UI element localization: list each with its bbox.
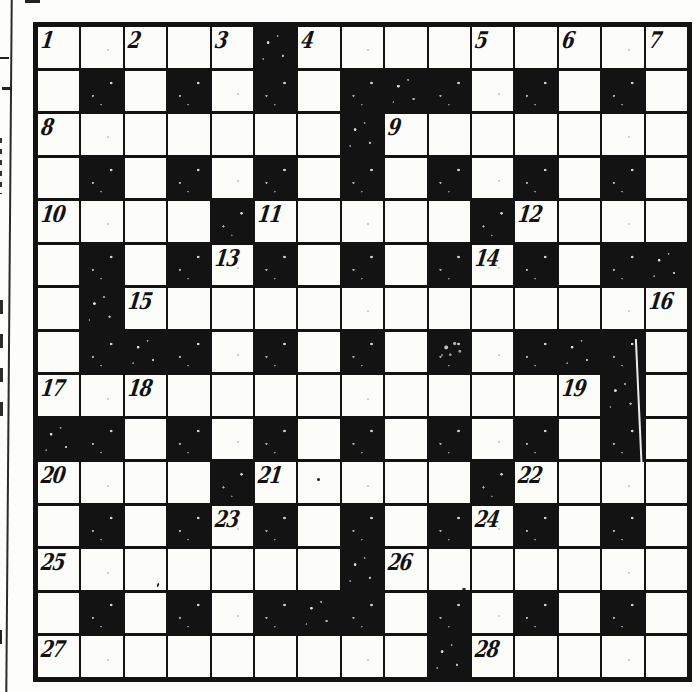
cell-r6c15	[646, 245, 687, 286]
cell-r8c4	[168, 332, 209, 373]
cell-r8c13	[559, 332, 600, 373]
cell-r11c7[interactable]	[298, 462, 339, 503]
clue-number-17: 17	[39, 376, 65, 399]
cell-r3c11[interactable]	[472, 114, 513, 155]
cell-r12c7[interactable]	[298, 506, 339, 547]
cell-r15c10	[429, 636, 470, 677]
cell-r6c1[interactable]	[38, 245, 79, 286]
cell-r1c10[interactable]	[429, 27, 470, 68]
cell-r9c12[interactable]	[515, 375, 556, 416]
cell-r3c7[interactable]	[298, 114, 339, 155]
cell-r6c2	[81, 245, 122, 286]
cell-r9c7[interactable]	[298, 375, 339, 416]
clue-number-16: 16	[646, 289, 672, 312]
cell-r15c3[interactable]	[125, 636, 166, 677]
cell-r8c9[interactable]	[385, 332, 426, 373]
cell-r15c1[interactable]: 27	[38, 636, 79, 677]
cell-r12c11[interactable]: 24	[472, 506, 513, 547]
cell-r7c10[interactable]	[429, 288, 470, 329]
clue-number-21: 21	[256, 463, 282, 486]
cell-r11c4[interactable]	[168, 462, 209, 503]
cell-r12c14	[602, 506, 643, 547]
cell-r8c2	[81, 332, 122, 373]
cell-r8c12	[515, 332, 556, 373]
cell-r9c11[interactable]	[472, 375, 513, 416]
clue-number-9: 9	[386, 115, 400, 138]
cell-r2c6	[255, 71, 296, 112]
cell-r4c9[interactable]	[385, 158, 426, 199]
cell-r11c15[interactable]	[646, 462, 687, 503]
clue-number-6: 6	[559, 28, 573, 51]
cell-r10c7[interactable]	[298, 419, 339, 460]
cell-r10c5[interactable]	[212, 419, 253, 460]
cell-r1c15[interactable]: 7	[646, 27, 687, 68]
cell-r11c14[interactable]	[602, 462, 643, 503]
cell-r15c15[interactable]	[646, 636, 687, 677]
clue-number-15: 15	[125, 289, 151, 312]
crossword-grid: 1234567891011121314151617181920212223242…	[33, 22, 692, 682]
clue-number-12: 12	[516, 202, 542, 225]
cell-r14c9[interactable]	[385, 593, 426, 634]
clue-number-27: 27	[39, 637, 65, 660]
cell-r6c4	[168, 245, 209, 286]
cell-r2c2	[81, 71, 122, 112]
cell-r12c10	[429, 506, 470, 547]
cell-r7c4[interactable]	[168, 288, 209, 329]
cell-r12c1[interactable]	[38, 506, 79, 547]
cell-r14c5[interactable]	[212, 593, 253, 634]
cell-r5c3[interactable]	[125, 201, 166, 242]
margin-tick	[0, 300, 3, 420]
cell-r3c10[interactable]	[429, 114, 470, 155]
cell-r4c2	[81, 158, 122, 199]
cell-r5c10[interactable]	[429, 201, 470, 242]
clue-number-24: 24	[473, 507, 499, 530]
clue-number-4: 4	[299, 28, 313, 51]
cell-r2c1[interactable]	[38, 71, 79, 112]
cell-r1c8[interactable]	[342, 27, 383, 68]
cell-r1c7[interactable]: 4	[298, 27, 339, 68]
cell-r12c2	[81, 506, 122, 547]
cell-r4c10	[429, 158, 470, 199]
cell-r5c11	[472, 201, 513, 242]
cell-r13c5[interactable]	[212, 549, 253, 590]
cell-r14c2	[81, 593, 122, 634]
page-margin-rule	[5, 0, 13, 692]
scan-noise-dot	[462, 588, 466, 590]
cell-r5c4[interactable]	[168, 201, 209, 242]
cell-r8c6	[255, 332, 296, 373]
cell-r7c5[interactable]	[212, 288, 253, 329]
cell-r10c8	[342, 419, 383, 460]
clue-number-25: 25	[39, 550, 65, 573]
cell-r14c10	[429, 593, 470, 634]
cell-r6c9[interactable]	[385, 245, 426, 286]
cell-r7c15[interactable]: 16	[646, 288, 687, 329]
cell-r11c13[interactable]	[559, 462, 600, 503]
cell-r3c6[interactable]	[255, 114, 296, 155]
cell-r14c8	[342, 593, 383, 634]
cell-r15c13[interactable]	[559, 636, 600, 677]
cell-r8c1[interactable]	[38, 332, 79, 373]
cell-r2c10	[429, 71, 470, 112]
cell-r2c15[interactable]	[646, 71, 687, 112]
cell-r2c13[interactable]	[559, 71, 600, 112]
cell-r3c4[interactable]	[168, 114, 209, 155]
cell-r15c6[interactable]	[255, 636, 296, 677]
clue-number-13: 13	[212, 246, 238, 269]
cell-r11c8[interactable]	[342, 462, 383, 503]
cell-r10c11[interactable]	[472, 419, 513, 460]
cell-r4c13[interactable]	[559, 158, 600, 199]
cell-r13c12[interactable]	[515, 549, 556, 590]
cell-r10c1	[38, 419, 79, 460]
cell-r8c3	[125, 332, 166, 373]
cell-r11c12[interactable]: 22	[515, 462, 556, 503]
cell-r10c3[interactable]	[125, 419, 166, 460]
cell-r12c15[interactable]	[646, 506, 687, 547]
cell-r2c5[interactable]	[212, 71, 253, 112]
margin-tick	[25, 0, 40, 3]
cell-r3c12[interactable]	[515, 114, 556, 155]
cell-r8c8	[342, 332, 383, 373]
cell-r15c7[interactable]	[298, 636, 339, 677]
cell-r14c11[interactable]	[472, 593, 513, 634]
cell-r6c7[interactable]	[298, 245, 339, 286]
cell-r10c2	[81, 419, 122, 460]
cell-r14c15[interactable]	[646, 593, 687, 634]
cell-r14c4	[168, 593, 209, 634]
cell-r15c5[interactable]	[212, 636, 253, 677]
cell-r2c3[interactable]	[125, 71, 166, 112]
cell-r5c9[interactable]	[385, 201, 426, 242]
cell-r9c5[interactable]	[212, 375, 253, 416]
cell-r13c11[interactable]	[472, 549, 513, 590]
cell-r1c13[interactable]: 6	[559, 27, 600, 68]
cell-r12c6	[255, 506, 296, 547]
cell-r13c2[interactable]	[81, 549, 122, 590]
cell-r13c9[interactable]: 26	[385, 549, 426, 590]
cell-r1c11[interactable]: 5	[472, 27, 513, 68]
cell-r11c11	[472, 462, 513, 503]
cell-r6c3[interactable]	[125, 245, 166, 286]
cell-r4c7[interactable]	[298, 158, 339, 199]
scanned-page: 1234567891011121314151617181920212223242…	[0, 0, 700, 692]
cell-r14c7	[298, 593, 339, 634]
cell-r11c1[interactable]: 20	[38, 462, 79, 503]
cell-r5c2[interactable]	[81, 201, 122, 242]
cell-r12c13[interactable]	[559, 506, 600, 547]
cell-r10c13[interactable]	[559, 419, 600, 460]
cell-r6c11[interactable]: 14	[472, 245, 513, 286]
cell-r4c5[interactable]	[212, 158, 253, 199]
cell-r4c8	[342, 158, 383, 199]
cell-r9c15[interactable]	[646, 375, 687, 416]
cell-r5c6[interactable]: 11	[255, 201, 296, 242]
cell-r1c3[interactable]: 2	[125, 27, 166, 68]
cell-r15c11[interactable]: 28	[472, 636, 513, 677]
cell-r4c6	[255, 158, 296, 199]
cell-r1c6	[255, 27, 296, 68]
cell-r7c8[interactable]	[342, 288, 383, 329]
cell-r6c6	[255, 245, 296, 286]
cell-r1c2[interactable]	[81, 27, 122, 68]
margin-tick	[0, 138, 2, 194]
cell-r1c12[interactable]	[515, 27, 556, 68]
margin-tick	[0, 630, 2, 644]
scan-smudge-artifact	[436, 337, 470, 363]
clue-number-26: 26	[386, 550, 412, 573]
cell-r5c15[interactable]	[646, 201, 687, 242]
cell-r3c1[interactable]: 8	[38, 114, 79, 155]
cell-r12c12	[515, 506, 556, 547]
cell-r1c9[interactable]	[385, 27, 426, 68]
cell-r9c13[interactable]: 19	[559, 375, 600, 416]
cell-r7c3[interactable]: 15	[125, 288, 166, 329]
cell-r4c3[interactable]	[125, 158, 166, 199]
cell-r4c12	[515, 158, 556, 199]
clue-number-22: 22	[516, 463, 542, 486]
cell-r2c14	[602, 71, 643, 112]
margin-tick	[2, 87, 12, 90]
clue-number-28: 28	[473, 637, 499, 660]
cell-r11c3[interactable]	[125, 462, 166, 503]
cell-r12c5[interactable]: 23	[212, 506, 253, 547]
cell-r1c1[interactable]: 1	[38, 27, 79, 68]
cell-r5c14[interactable]	[602, 201, 643, 242]
cell-r1c14[interactable]	[602, 27, 643, 68]
cell-r13c13[interactable]	[559, 549, 600, 590]
cell-r11c6[interactable]: 21	[255, 462, 296, 503]
cell-r11c5	[212, 462, 253, 503]
clue-number-2: 2	[125, 28, 139, 51]
cell-r4c11[interactable]	[472, 158, 513, 199]
cell-r14c6	[255, 593, 296, 634]
cell-r9c8[interactable]	[342, 375, 383, 416]
cell-r13c4[interactable]	[168, 549, 209, 590]
clue-number-7: 7	[646, 28, 660, 51]
cell-r14c13[interactable]	[559, 593, 600, 634]
cell-r8c11[interactable]	[472, 332, 513, 373]
cell-r9c10[interactable]	[429, 375, 470, 416]
cell-r8c5[interactable]	[212, 332, 253, 373]
cell-r3c13[interactable]	[559, 114, 600, 155]
cell-r2c11[interactable]	[472, 71, 513, 112]
cell-r10c15[interactable]	[646, 419, 687, 460]
cell-r12c4	[168, 506, 209, 547]
cell-r14c1[interactable]	[38, 593, 79, 634]
cell-r7c11[interactable]	[472, 288, 513, 329]
cell-r1c5[interactable]: 3	[212, 27, 253, 68]
clue-number-10: 10	[39, 202, 65, 225]
cell-r14c14	[602, 593, 643, 634]
cell-r3c8	[342, 114, 383, 155]
cell-r10c6	[255, 419, 296, 460]
cell-r9c2[interactable]	[81, 375, 122, 416]
cell-r11c10[interactable]	[429, 462, 470, 503]
cell-r13c10[interactable]	[429, 549, 470, 590]
cell-r3c3[interactable]	[125, 114, 166, 155]
clue-number-18: 18	[125, 376, 151, 399]
cell-r5c1[interactable]: 10	[38, 201, 79, 242]
cell-r11c2[interactable]	[81, 462, 122, 503]
cell-r5c5	[212, 201, 253, 242]
clue-number-1: 1	[39, 28, 53, 51]
cell-r9c6[interactable]	[255, 375, 296, 416]
cell-r5c7[interactable]	[298, 201, 339, 242]
cell-r4c4	[168, 158, 209, 199]
cell-r13c6[interactable]	[255, 549, 296, 590]
cell-r15c14[interactable]	[602, 636, 643, 677]
cell-r3c9[interactable]: 9	[385, 114, 426, 155]
cell-r6c10	[429, 245, 470, 286]
cell-r15c8[interactable]	[342, 636, 383, 677]
cell-r10c12	[515, 419, 556, 460]
cell-r7c13[interactable]	[559, 288, 600, 329]
cell-r13c7[interactable]	[298, 549, 339, 590]
cell-r13c3[interactable]	[125, 549, 166, 590]
cell-r10c4	[168, 419, 209, 460]
clue-number-8: 8	[39, 115, 53, 138]
cell-r9c1[interactable]: 17	[38, 375, 79, 416]
cell-r8c7[interactable]	[298, 332, 339, 373]
cell-r1c4[interactable]	[168, 27, 209, 68]
cell-r3c15[interactable]	[646, 114, 687, 155]
cell-r13c15[interactable]	[646, 549, 687, 590]
cell-r10c14	[602, 419, 643, 460]
cell-r10c9[interactable]	[385, 419, 426, 460]
cell-r7c7[interactable]	[298, 288, 339, 329]
cell-r7c12[interactable]	[515, 288, 556, 329]
cell-r2c4	[168, 71, 209, 112]
clue-number-20: 20	[39, 463, 65, 486]
cell-r9c3[interactable]: 18	[125, 375, 166, 416]
cell-r6c5[interactable]: 13	[212, 245, 253, 286]
cell-r2c7[interactable]	[298, 71, 339, 112]
cell-r2c12	[515, 71, 556, 112]
cell-r14c12	[515, 593, 556, 634]
margin-tick	[0, 57, 9, 59]
clue-number-11: 11	[256, 202, 282, 225]
cell-r15c12[interactable]	[515, 636, 556, 677]
cell-r15c9[interactable]	[385, 636, 426, 677]
cell-r5c13[interactable]	[559, 201, 600, 242]
cell-r3c5[interactable]	[212, 114, 253, 155]
cell-r6c8	[342, 245, 383, 286]
cell-r6c13[interactable]	[559, 245, 600, 286]
cell-r12c8	[342, 506, 383, 547]
cell-r4c14	[602, 158, 643, 199]
cell-r6c12	[515, 245, 556, 286]
cell-r13c8	[342, 549, 383, 590]
cell-r10c10	[429, 419, 470, 460]
cell-r7c2	[81, 288, 122, 329]
cell-r12c9[interactable]	[385, 506, 426, 547]
cell-r9c9[interactable]	[385, 375, 426, 416]
cell-r15c2[interactable]	[81, 636, 122, 677]
cell-r5c12[interactable]: 12	[515, 201, 556, 242]
cell-r7c1[interactable]	[38, 288, 79, 329]
cell-r13c14[interactable]	[602, 549, 643, 590]
clue-number-3: 3	[212, 28, 226, 51]
cell-r11c9[interactable]	[385, 462, 426, 503]
cell-r6c14	[602, 245, 643, 286]
cell-r3c14[interactable]	[602, 114, 643, 155]
cell-r2c9	[385, 71, 426, 112]
cell-r4c1[interactable]	[38, 158, 79, 199]
cell-r2c8	[342, 71, 383, 112]
cell-r12c3[interactable]	[125, 506, 166, 547]
cell-r3c2[interactable]	[81, 114, 122, 155]
cell-r5c8[interactable]	[342, 201, 383, 242]
cell-r7c6[interactable]	[255, 288, 296, 329]
cell-r7c9[interactable]	[385, 288, 426, 329]
clue-number-14: 14	[473, 246, 499, 269]
cell-r7c14[interactable]	[602, 288, 643, 329]
clue-number-19: 19	[559, 376, 585, 399]
clue-number-5: 5	[473, 28, 487, 51]
cell-r15c4[interactable]	[168, 636, 209, 677]
cell-r8c15[interactable]	[646, 332, 687, 373]
cell-r14c3[interactable]	[125, 593, 166, 634]
cell-r4c15[interactable]	[646, 158, 687, 199]
clue-number-23: 23	[212, 507, 238, 530]
scan-noise-dot	[317, 478, 320, 481]
cell-r13c1[interactable]: 25	[38, 549, 79, 590]
cell-r9c4[interactable]	[168, 375, 209, 416]
